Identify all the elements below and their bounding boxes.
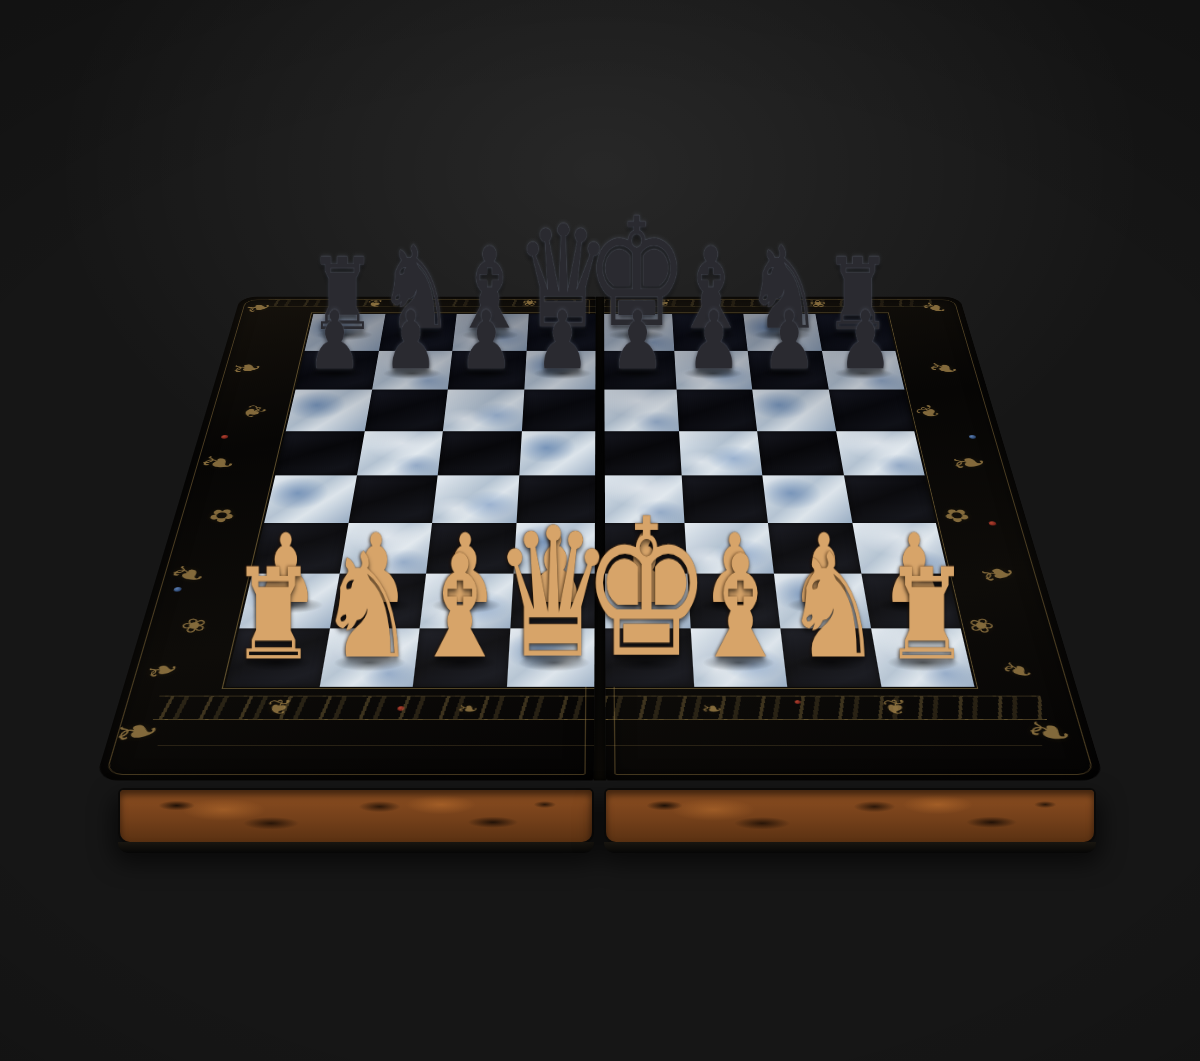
square-f8[interactable] <box>672 314 748 351</box>
book-fore-edge-left <box>118 788 594 844</box>
square-a7[interactable] <box>296 350 379 389</box>
square-b6[interactable] <box>364 390 447 432</box>
square-e6[interactable] <box>600 390 679 432</box>
square-e5[interactable] <box>600 431 681 475</box>
square-e7[interactable] <box>600 350 676 389</box>
square-a8[interactable] <box>305 314 385 351</box>
square-c5[interactable] <box>438 431 522 475</box>
square-a6[interactable] <box>286 390 372 432</box>
square-b7[interactable] <box>372 350 453 389</box>
square-h6[interactable] <box>828 390 914 432</box>
square-h8[interactable] <box>815 314 895 351</box>
square-f5[interactable] <box>679 431 763 475</box>
piece-glyph: ♞ <box>784 535 883 680</box>
square-d6[interactable] <box>521 390 600 432</box>
board-3d: ❧❧❧❧❧❦❧✿❧❀❧❧❦❧✿❧❀❧❦❀❦❀❦❧❧❦ ♜♞♝♛♚♝♞♜♟♟♟♟♟… <box>95 297 1105 781</box>
piece-glyph: ♜ <box>883 551 969 678</box>
square-d5[interactable] <box>519 431 600 475</box>
square-g6[interactable] <box>752 390 835 432</box>
square-b8[interactable] <box>379 314 457 351</box>
book-fore-edge-right <box>604 788 1096 844</box>
square-a5[interactable] <box>275 431 364 475</box>
square-g7[interactable] <box>748 350 829 389</box>
square-c7[interactable] <box>448 350 526 389</box>
square-b5[interactable] <box>356 431 442 475</box>
square-c6[interactable] <box>443 390 524 432</box>
square-d7[interactable] <box>524 350 600 389</box>
square-g8[interactable] <box>743 314 821 351</box>
scene: ❧❧❧❧❧❦❧✿❧❀❧❧❦❧✿❧❀❧❦❀❦❀❦❧❧❦ ♜♞♝♛♚♝♞♜♟♟♟♟♟… <box>0 0 1200 1061</box>
piece-glyph: ♜ <box>231 551 317 678</box>
square-f7[interactable] <box>674 350 752 389</box>
square-g5[interactable] <box>757 431 843 475</box>
square-h7[interactable] <box>821 350 904 389</box>
square-d8[interactable] <box>526 314 600 351</box>
piece-glyph: ♚ <box>582 493 712 684</box>
square-c8[interactable] <box>452 314 528 351</box>
square-h5[interactable] <box>836 431 925 475</box>
piece-glyph: ♞ <box>317 535 416 680</box>
square-f6[interactable] <box>676 390 757 432</box>
square-e8[interactable] <box>600 314 674 351</box>
